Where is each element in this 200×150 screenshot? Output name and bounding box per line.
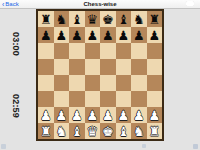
square-g7[interactable]: ♟ (131, 27, 147, 43)
square-a2[interactable]: ♟ (38, 107, 54, 123)
square-e4[interactable] (100, 75, 116, 91)
square-a3[interactable] (38, 91, 54, 107)
square-f7[interactable]: ♟ (116, 27, 132, 43)
piece-white-pawn[interactable]: ♟ (40, 109, 52, 122)
piece-white-bishop[interactable]: ♝ (71, 125, 83, 138)
piece-white-rook[interactable]: ♜ (148, 125, 160, 138)
square-c7[interactable]: ♟ (69, 27, 85, 43)
square-d2[interactable]: ♟ (85, 107, 101, 123)
square-e6[interactable] (100, 43, 116, 59)
square-h3[interactable] (147, 91, 163, 107)
page-title: Chess-wise (0, 1, 200, 8)
square-b7[interactable]: ♟ (54, 27, 70, 43)
square-c1[interactable]: ♝ (69, 123, 85, 139)
square-f3[interactable] (116, 91, 132, 107)
square-f5[interactable] (116, 59, 132, 75)
square-g1[interactable]: ♞ (131, 123, 147, 139)
piece-white-rook[interactable]: ♜ (40, 125, 52, 138)
square-d8[interactable]: ♛ (85, 11, 101, 27)
square-a4[interactable] (38, 75, 54, 91)
piece-black-rook[interactable]: ♜ (40, 13, 52, 26)
piece-black-king[interactable]: ♚ (102, 13, 114, 26)
square-b6[interactable] (54, 43, 70, 59)
square-c6[interactable] (69, 43, 85, 59)
piece-black-pawn[interactable]: ♟ (102, 29, 114, 42)
piece-black-pawn[interactable]: ♟ (55, 29, 67, 42)
square-d7[interactable]: ♟ (85, 27, 101, 43)
square-e5[interactable] (100, 59, 116, 75)
chess-app-screen: ‹ Back Chess-wise 03:00 02:59 ♜♞♝♛♚♝♞♜♟♟… (0, 0, 200, 150)
piece-black-knight[interactable]: ♞ (55, 13, 67, 26)
square-g3[interactable] (131, 91, 147, 107)
piece-black-pawn[interactable]: ♟ (40, 29, 52, 42)
square-f1[interactable]: ♝ (116, 123, 132, 139)
nav-right-button[interactable] (186, 1, 194, 6)
piece-black-pawn[interactable]: ♟ (71, 29, 83, 42)
square-h5[interactable] (147, 59, 163, 75)
square-d5[interactable] (85, 59, 101, 75)
square-a5[interactable] (38, 59, 54, 75)
square-g8[interactable]: ♞ (131, 11, 147, 27)
square-b1[interactable]: ♞ (54, 123, 70, 139)
piece-black-rook[interactable]: ♜ (148, 13, 160, 26)
share-icon[interactable] (1, 144, 6, 149)
square-h8[interactable]: ♜ (147, 11, 163, 27)
piece-white-knight[interactable]: ♞ (133, 125, 145, 138)
square-a7[interactable]: ♟ (38, 27, 54, 43)
piece-black-pawn[interactable]: ♟ (86, 29, 98, 42)
square-c3[interactable] (69, 91, 85, 107)
square-f4[interactable] (116, 75, 132, 91)
square-c2[interactable]: ♟ (69, 107, 85, 123)
piece-black-pawn[interactable]: ♟ (133, 29, 145, 42)
square-f8[interactable]: ♝ (116, 11, 132, 27)
square-f2[interactable]: ♟ (116, 107, 132, 123)
piece-black-knight[interactable]: ♞ (133, 13, 145, 26)
piece-white-queen[interactable]: ♛ (86, 125, 98, 138)
piece-white-pawn[interactable]: ♟ (117, 109, 129, 122)
square-g5[interactable] (131, 59, 147, 75)
square-c8[interactable]: ♝ (69, 11, 85, 27)
piece-white-bishop[interactable]: ♝ (117, 125, 129, 138)
piece-white-pawn[interactable]: ♟ (102, 109, 114, 122)
square-a6[interactable] (38, 43, 54, 59)
square-g6[interactable] (131, 43, 147, 59)
square-d6[interactable] (85, 43, 101, 59)
piece-black-bishop[interactable]: ♝ (71, 13, 83, 26)
black-clock: 03:00 (11, 32, 21, 56)
piece-white-pawn[interactable]: ♟ (71, 109, 83, 122)
square-h2[interactable]: ♟ (147, 107, 163, 123)
piece-black-bishop[interactable]: ♝ (117, 13, 129, 26)
square-a8[interactable]: ♜ (38, 11, 54, 27)
square-e7[interactable]: ♟ (100, 27, 116, 43)
square-g4[interactable] (131, 75, 147, 91)
square-b4[interactable] (54, 75, 70, 91)
square-d3[interactable] (85, 91, 101, 107)
square-d4[interactable] (85, 75, 101, 91)
piece-white-pawn[interactable]: ♟ (133, 109, 145, 122)
square-e3[interactable] (100, 91, 116, 107)
resize-corner-icon[interactable] (193, 144, 198, 149)
square-b8[interactable]: ♞ (54, 11, 70, 27)
square-a1[interactable]: ♜ (38, 123, 54, 139)
piece-white-king[interactable]: ♚ (102, 125, 114, 138)
white-clock: 02:59 (11, 94, 21, 118)
square-e1[interactable]: ♚ (100, 123, 116, 139)
square-e2[interactable]: ♟ (100, 107, 116, 123)
piece-black-pawn[interactable]: ♟ (117, 29, 129, 42)
square-c4[interactable] (69, 75, 85, 91)
square-h1[interactable]: ♜ (147, 123, 163, 139)
navigation-bar: ‹ Back Chess-wise (0, 0, 200, 9)
square-b2[interactable]: ♟ (54, 107, 70, 123)
piece-black-queen[interactable]: ♛ (86, 13, 98, 26)
square-h4[interactable] (147, 75, 163, 91)
square-d1[interactable]: ♛ (85, 123, 101, 139)
square-f6[interactable] (116, 43, 132, 59)
chess-board[interactable]: ♜♞♝♛♚♝♞♜♟♟♟♟♟♟♟♟♟♟♟♟♟♟♟♟♜♞♝♛♚♝♞♜ (36, 9, 164, 141)
piece-white-pawn[interactable]: ♟ (148, 109, 160, 122)
piece-black-pawn[interactable]: ♟ (148, 29, 160, 42)
square-h6[interactable] (147, 43, 163, 59)
square-c5[interactable] (69, 59, 85, 75)
square-b5[interactable] (54, 59, 70, 75)
square-g2[interactable]: ♟ (131, 107, 147, 123)
piece-white-knight[interactable]: ♞ (55, 125, 67, 138)
square-h7[interactable]: ♟ (147, 27, 163, 43)
piece-white-pawn[interactable]: ♟ (86, 109, 98, 122)
piece-white-pawn[interactable]: ♟ (55, 109, 67, 122)
toolbar-center-icon[interactable] (142, 144, 146, 148)
square-b3[interactable] (54, 91, 70, 107)
square-e8[interactable]: ♚ (100, 11, 116, 27)
